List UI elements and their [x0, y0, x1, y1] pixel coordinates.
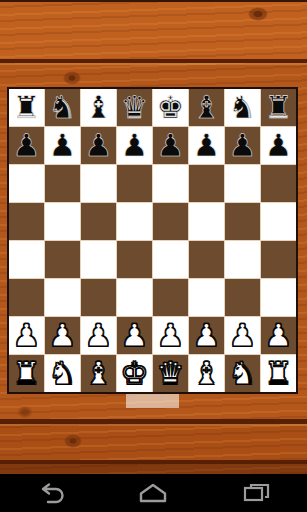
- square-f1[interactable]: ♝: [189, 355, 224, 392]
- square-f3[interactable]: [189, 279, 224, 316]
- square-h8[interactable]: ♜: [261, 89, 296, 126]
- white-queen-piece: ♛: [153, 355, 188, 392]
- square-h5[interactable]: [261, 203, 296, 240]
- square-c4[interactable]: [81, 241, 116, 278]
- square-g2[interactable]: ♟: [225, 317, 260, 354]
- white-pawn-piece: ♟: [189, 317, 224, 354]
- black-pawn-piece: ♟: [225, 127, 260, 164]
- square-c2[interactable]: ♟: [81, 317, 116, 354]
- square-a1[interactable]: ♜: [9, 355, 44, 392]
- square-e7[interactable]: ♟: [153, 127, 188, 164]
- white-pawn-piece: ♟: [117, 317, 152, 354]
- square-f5[interactable]: [189, 203, 224, 240]
- square-f7[interactable]: ♟: [189, 127, 224, 164]
- square-h3[interactable]: [261, 279, 296, 316]
- square-h6[interactable]: [261, 165, 296, 202]
- square-c6[interactable]: [81, 165, 116, 202]
- square-g6[interactable]: [225, 165, 260, 202]
- white-bishop-piece: ♝: [81, 355, 116, 392]
- white-bishop-piece: ♝: [189, 355, 224, 392]
- square-d5[interactable]: [117, 203, 152, 240]
- app-screen: ♜♞♝♛♚♝♞♜♟♟♟♟♟♟♟♟♟♟♟♟♟♟♟♟♜♞♝♚♛♝♞♜: [0, 0, 307, 512]
- square-h2[interactable]: ♟: [261, 317, 296, 354]
- back-button[interactable]: [29, 480, 73, 506]
- square-a8[interactable]: ♜: [9, 89, 44, 126]
- square-a4[interactable]: [9, 241, 44, 278]
- square-e3[interactable]: [153, 279, 188, 316]
- square-d8[interactable]: ♛: [117, 89, 152, 126]
- white-pawn-piece: ♟: [225, 317, 260, 354]
- square-e6[interactable]: [153, 165, 188, 202]
- home-button[interactable]: [131, 480, 175, 506]
- black-pawn-piece: ♟: [153, 127, 188, 164]
- square-e5[interactable]: [153, 203, 188, 240]
- square-a6[interactable]: [9, 165, 44, 202]
- recents-icon: [241, 482, 271, 504]
- square-h4[interactable]: [261, 241, 296, 278]
- home-icon: [138, 482, 168, 504]
- square-d6[interactable]: [117, 165, 152, 202]
- square-c3[interactable]: [81, 279, 116, 316]
- square-g5[interactable]: [225, 203, 260, 240]
- square-h7[interactable]: ♟: [261, 127, 296, 164]
- white-king-piece: ♚: [117, 355, 152, 392]
- black-pawn-piece: ♟: [117, 127, 152, 164]
- white-rook-piece: ♜: [261, 355, 296, 392]
- square-b6[interactable]: [45, 165, 80, 202]
- white-pawn-piece: ♟: [261, 317, 296, 354]
- square-f8[interactable]: ♝: [189, 89, 224, 126]
- square-d7[interactable]: ♟: [117, 127, 152, 164]
- square-d3[interactable]: [117, 279, 152, 316]
- selection-highlight: [126, 394, 179, 408]
- square-g3[interactable]: [225, 279, 260, 316]
- square-b4[interactable]: [45, 241, 80, 278]
- black-pawn-piece: ♟: [9, 127, 44, 164]
- square-a3[interactable]: [9, 279, 44, 316]
- square-e4[interactable]: [153, 241, 188, 278]
- black-rook-piece: ♜: [9, 89, 44, 126]
- square-c8[interactable]: ♝: [81, 89, 116, 126]
- square-e1[interactable]: ♛: [153, 355, 188, 392]
- black-king-piece: ♚: [153, 89, 188, 126]
- chess-board: ♜♞♝♛♚♝♞♜♟♟♟♟♟♟♟♟♟♟♟♟♟♟♟♟♜♞♝♚♛♝♞♜: [7, 87, 298, 394]
- black-knight-piece: ♞: [45, 89, 80, 126]
- square-b1[interactable]: ♞: [45, 355, 80, 392]
- square-f2[interactable]: ♟: [189, 317, 224, 354]
- back-icon: [36, 482, 66, 504]
- square-a2[interactable]: ♟: [9, 317, 44, 354]
- square-d4[interactable]: [117, 241, 152, 278]
- recents-button[interactable]: [234, 480, 278, 506]
- square-g8[interactable]: ♞: [225, 89, 260, 126]
- black-bishop-piece: ♝: [81, 89, 116, 126]
- square-e8[interactable]: ♚: [153, 89, 188, 126]
- white-pawn-piece: ♟: [45, 317, 80, 354]
- square-a5[interactable]: [9, 203, 44, 240]
- square-f4[interactable]: [189, 241, 224, 278]
- white-pawn-piece: ♟: [9, 317, 44, 354]
- square-c7[interactable]: ♟: [81, 127, 116, 164]
- black-bishop-piece: ♝: [189, 89, 224, 126]
- square-g1[interactable]: ♞: [225, 355, 260, 392]
- black-pawn-piece: ♟: [81, 127, 116, 164]
- android-navigation-bar: [0, 474, 307, 512]
- square-g7[interactable]: ♟: [225, 127, 260, 164]
- black-pawn-piece: ♟: [261, 127, 296, 164]
- square-f6[interactable]: [189, 165, 224, 202]
- white-pawn-piece: ♟: [81, 317, 116, 354]
- black-pawn-piece: ♟: [189, 127, 224, 164]
- black-rook-piece: ♜: [261, 89, 296, 126]
- square-d2[interactable]: ♟: [117, 317, 152, 354]
- square-e2[interactable]: ♟: [153, 317, 188, 354]
- square-c5[interactable]: [81, 203, 116, 240]
- black-knight-piece: ♞: [225, 89, 260, 126]
- square-h1[interactable]: ♜: [261, 355, 296, 392]
- white-knight-piece: ♞: [225, 355, 260, 392]
- white-pawn-piece: ♟: [153, 317, 188, 354]
- square-d1[interactable]: ♚: [117, 355, 152, 392]
- square-g4[interactable]: [225, 241, 260, 278]
- black-pawn-piece: ♟: [45, 127, 80, 164]
- square-a7[interactable]: ♟: [9, 127, 44, 164]
- square-b8[interactable]: ♞: [45, 89, 80, 126]
- black-queen-piece: ♛: [117, 89, 152, 126]
- white-knight-piece: ♞: [45, 355, 80, 392]
- square-b5[interactable]: [45, 203, 80, 240]
- square-b7[interactable]: ♟: [45, 127, 80, 164]
- white-rook-piece: ♜: [9, 355, 44, 392]
- square-c1[interactable]: ♝: [81, 355, 116, 392]
- square-b2[interactable]: ♟: [45, 317, 80, 354]
- square-b3[interactable]: [45, 279, 80, 316]
